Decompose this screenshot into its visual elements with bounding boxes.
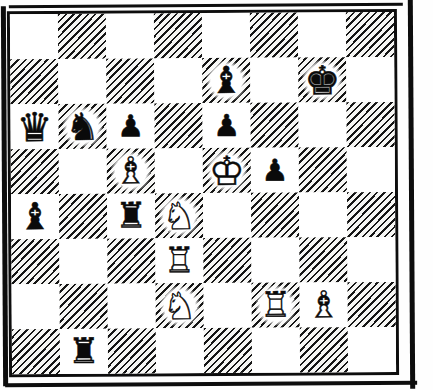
square-e5[interactable]: ♔ [203, 148, 251, 193]
square-h2[interactable] [348, 282, 396, 327]
square-f7[interactable] [250, 57, 298, 102]
square-c2[interactable] [108, 283, 156, 328]
square-e4[interactable] [203, 193, 251, 238]
square-d5[interactable] [155, 148, 203, 193]
outer-frame-bottom-line [5, 381, 417, 388]
square-g6[interactable] [298, 102, 346, 147]
square-a3[interactable] [11, 239, 59, 284]
square-h7[interactable] [346, 57, 394, 102]
square-c5[interactable]: ♗ [107, 148, 155, 193]
square-f1[interactable] [252, 327, 300, 372]
square-g7[interactable]: ♚ [298, 57, 346, 102]
piece-white-knight: ♘ [162, 197, 196, 235]
outer-frame-right-line [408, 0, 415, 389]
square-d7[interactable] [154, 58, 202, 103]
piece-white-king: ♔ [209, 150, 245, 190]
piece-black-pawn: ♟ [117, 111, 144, 141]
square-g2[interactable]: ♗ [300, 282, 348, 327]
square-a5[interactable] [11, 149, 59, 194]
square-b8[interactable] [58, 14, 106, 59]
square-c4[interactable]: ♜ [107, 193, 155, 238]
square-b7[interactable] [58, 59, 106, 104]
scanned-chess-diagram: ♝♚♛♞♟♟♗♔♟♝♜♘♖♘♖♗♜ [0, 0, 433, 390]
square-e7[interactable]: ♝ [202, 58, 250, 103]
square-c6[interactable]: ♟ [106, 103, 154, 148]
piece-white-rook: ♖ [164, 243, 196, 278]
square-f6[interactable] [250, 102, 298, 147]
square-a1[interactable] [12, 329, 60, 374]
square-h4[interactable] [347, 192, 395, 237]
piece-black-king: ♚ [304, 60, 340, 100]
square-c7[interactable] [106, 58, 154, 103]
square-g1[interactable] [300, 327, 348, 372]
square-c1[interactable] [108, 328, 156, 373]
square-b3[interactable] [59, 239, 107, 284]
square-b2[interactable] [60, 284, 108, 329]
square-c8[interactable] [106, 13, 154, 58]
piece-white-knight: ♘ [163, 287, 197, 325]
square-a2[interactable] [12, 284, 60, 329]
square-b6[interactable]: ♞ [58, 104, 106, 149]
square-f2[interactable]: ♖ [252, 282, 300, 327]
chess-board: ♝♚♛♞♟♟♗♔♟♝♜♘♖♘♖♗♜ [10, 12, 396, 374]
scan-tilt-wrapper: ♝♚♛♞♟♟♗♔♟♝♜♘♖♘♖♗♜ [0, 0, 433, 390]
piece-black-pawn: ♟ [213, 110, 240, 140]
square-f8[interactable] [250, 12, 298, 57]
square-d8[interactable] [154, 13, 202, 58]
piece-white-rook: ♖ [260, 288, 292, 323]
square-b4[interactable] [59, 194, 107, 239]
square-f3[interactable] [251, 237, 299, 282]
square-g8[interactable] [298, 12, 346, 57]
square-e8[interactable] [202, 13, 250, 58]
piece-black-rook: ♜ [68, 334, 100, 369]
piece-black-rook: ♜ [115, 198, 147, 233]
square-f4[interactable] [251, 192, 299, 237]
square-c3[interactable] [107, 238, 155, 283]
square-d2[interactable]: ♘ [156, 283, 204, 328]
square-e6[interactable]: ♟ [202, 103, 250, 148]
square-e3[interactable] [203, 238, 251, 283]
square-a4[interactable]: ♝ [11, 194, 59, 239]
piece-white-bishop: ♗ [114, 152, 147, 189]
square-h1[interactable] [348, 327, 396, 372]
square-h6[interactable] [346, 102, 394, 147]
square-f5[interactable]: ♟ [251, 147, 299, 192]
square-a8[interactable] [10, 14, 58, 59]
square-d6[interactable] [154, 103, 202, 148]
square-h3[interactable] [347, 237, 395, 282]
piece-black-bishop: ♝ [210, 62, 243, 99]
piece-black-bishop: ♝ [18, 198, 51, 235]
square-g5[interactable] [299, 147, 347, 192]
piece-black-queen: ♛ [17, 107, 53, 147]
square-b5[interactable] [59, 149, 107, 194]
board-frame: ♝♚♛♞♟♟♗♔♟♝♜♘♖♘♖♗♜ [7, 9, 399, 377]
square-g4[interactable] [299, 192, 347, 237]
piece-black-pawn: ♟ [261, 155, 288, 185]
piece-white-bishop: ♗ [307, 286, 340, 323]
square-g3[interactable] [299, 237, 347, 282]
square-h8[interactable] [346, 12, 394, 57]
square-d1[interactable] [156, 328, 204, 373]
square-d4[interactable]: ♘ [155, 193, 203, 238]
square-b1[interactable]: ♜ [60, 329, 108, 374]
square-h5[interactable] [347, 147, 395, 192]
outer-frame-top-line [9, 3, 403, 8]
square-a6[interactable]: ♛ [10, 104, 58, 149]
square-e2[interactable] [204, 283, 252, 328]
piece-black-knight: ♞ [65, 107, 99, 145]
square-d3[interactable]: ♖ [155, 238, 203, 283]
square-a7[interactable] [10, 59, 58, 104]
square-e1[interactable] [204, 328, 252, 373]
